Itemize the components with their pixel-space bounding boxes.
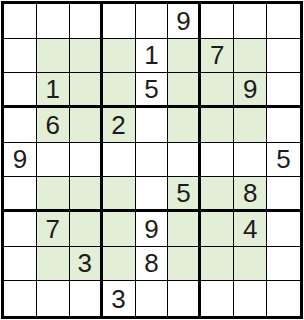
sudoku-cell-r5c5[interactable] <box>136 143 169 178</box>
sudoku-cell-r4c9[interactable] <box>267 108 300 143</box>
sudoku-cell-r5c9[interactable]: 5 <box>267 143 300 178</box>
sudoku-cell-r1c6[interactable]: 9 <box>168 4 201 39</box>
sudoku-cell-r7c6[interactable] <box>168 212 201 247</box>
sudoku-cell-r7c2[interactable]: 7 <box>37 212 70 247</box>
sudoku-cell-r7c9[interactable] <box>267 212 300 247</box>
sudoku-cell-r1c2[interactable] <box>37 4 70 39</box>
sudoku-cell-r5c7[interactable] <box>201 143 234 178</box>
sudoku-cell-r5c1[interactable]: 9 <box>4 143 37 178</box>
sudoku-cell-r3c5[interactable]: 5 <box>136 73 169 108</box>
sudoku-cell-r8c3[interactable]: 3 <box>70 247 103 282</box>
sudoku-cell-r9c5[interactable] <box>136 281 169 316</box>
sudoku-cell-r9c4[interactable]: 3 <box>103 281 136 316</box>
sudoku-cell-r2c9[interactable] <box>267 39 300 74</box>
sudoku-cell-r6c9[interactable] <box>267 177 300 212</box>
sudoku-cell-r8c2[interactable] <box>37 247 70 282</box>
sudoku-cell-r3c1[interactable] <box>4 73 37 108</box>
sudoku-cell-r1c7[interactable] <box>201 4 234 39</box>
sudoku-cell-r8c9[interactable] <box>267 247 300 282</box>
sudoku-cell-r6c2[interactable] <box>37 177 70 212</box>
sudoku-cell-r2c3[interactable] <box>70 39 103 74</box>
sudoku-cell-r5c3[interactable] <box>70 143 103 178</box>
sudoku-cell-r2c5[interactable]: 1 <box>136 39 169 74</box>
sudoku-cell-r8c4[interactable] <box>103 247 136 282</box>
sudoku-cell-r3c8[interactable]: 9 <box>234 73 267 108</box>
sudoku-cell-r2c2[interactable] <box>37 39 70 74</box>
sudoku-cell-r6c3[interactable] <box>70 177 103 212</box>
sudoku-cell-r5c8[interactable] <box>234 143 267 178</box>
sudoku-cell-r1c1[interactable] <box>4 4 37 39</box>
sudoku-cell-r3c6[interactable] <box>168 73 201 108</box>
sudoku-cell-r4c2[interactable]: 6 <box>37 108 70 143</box>
sudoku-cell-r4c5[interactable] <box>136 108 169 143</box>
sudoku-cell-r7c8[interactable]: 4 <box>234 212 267 247</box>
sudoku-cell-r3c9[interactable] <box>267 73 300 108</box>
sudoku-cell-r6c7[interactable] <box>201 177 234 212</box>
sudoku-cell-r4c3[interactable] <box>70 108 103 143</box>
sudoku-cell-r6c1[interactable] <box>4 177 37 212</box>
sudoku-cell-r9c3[interactable] <box>70 281 103 316</box>
sudoku-cell-r9c1[interactable] <box>4 281 37 316</box>
sudoku-cell-r3c2[interactable]: 1 <box>37 73 70 108</box>
sudoku-cell-r7c3[interactable] <box>70 212 103 247</box>
sudoku-cell-r6c8[interactable]: 8 <box>234 177 267 212</box>
sudoku-cell-r9c8[interactable] <box>234 281 267 316</box>
sudoku-cell-r5c6[interactable] <box>168 143 201 178</box>
sudoku-cell-r2c4[interactable] <box>103 39 136 74</box>
sudoku-cell-r4c4[interactable]: 2 <box>103 108 136 143</box>
sudoku-cell-r3c4[interactable] <box>103 73 136 108</box>
sudoku-cell-r8c8[interactable] <box>234 247 267 282</box>
sudoku-cell-r4c1[interactable] <box>4 108 37 143</box>
sudoku-cell-r8c5[interactable]: 8 <box>136 247 169 282</box>
sudoku-cell-r9c9[interactable] <box>267 281 300 316</box>
sudoku-cell-r5c4[interactable] <box>103 143 136 178</box>
sudoku-cell-r3c7[interactable] <box>201 73 234 108</box>
sudoku-cell-r6c4[interactable] <box>103 177 136 212</box>
sudoku-cell-r1c8[interactable] <box>234 4 267 39</box>
sudoku-cell-r7c5[interactable]: 9 <box>136 212 169 247</box>
sudoku-cell-r7c1[interactable] <box>4 212 37 247</box>
sudoku-cell-r4c6[interactable] <box>168 108 201 143</box>
sudoku-cell-r1c3[interactable] <box>70 4 103 39</box>
sudoku-cell-r8c6[interactable] <box>168 247 201 282</box>
sudoku-cell-r2c8[interactable] <box>234 39 267 74</box>
sudoku-cell-r2c7[interactable]: 7 <box>201 39 234 74</box>
sudoku-cell-r2c1[interactable] <box>4 39 37 74</box>
sudoku-cell-r3c3[interactable] <box>70 73 103 108</box>
sudoku-cell-r9c6[interactable] <box>168 281 201 316</box>
sudoku-cell-r4c8[interactable] <box>234 108 267 143</box>
sudoku-cell-r9c2[interactable] <box>37 281 70 316</box>
sudoku-cell-r6c6[interactable]: 5 <box>168 177 201 212</box>
sudoku-cell-r5c2[interactable] <box>37 143 70 178</box>
sudoku-cell-r1c9[interactable] <box>267 4 300 39</box>
sudoku-cell-r4c7[interactable] <box>201 108 234 143</box>
sudoku-cell-r8c1[interactable] <box>4 247 37 282</box>
sudoku-cell-r8c7[interactable] <box>201 247 234 282</box>
sudoku-cell-r1c5[interactable] <box>136 4 169 39</box>
sudoku-cell-r7c7[interactable] <box>201 212 234 247</box>
sudoku-cell-r1c4[interactable] <box>103 4 136 39</box>
sudoku-cell-r9c7[interactable] <box>201 281 234 316</box>
sudoku-cell-r2c6[interactable] <box>168 39 201 74</box>
sudoku-board: 917159629558794383 <box>1 1 303 319</box>
sudoku-cell-r6c5[interactable] <box>136 177 169 212</box>
sudoku-cell-r7c4[interactable] <box>103 212 136 247</box>
